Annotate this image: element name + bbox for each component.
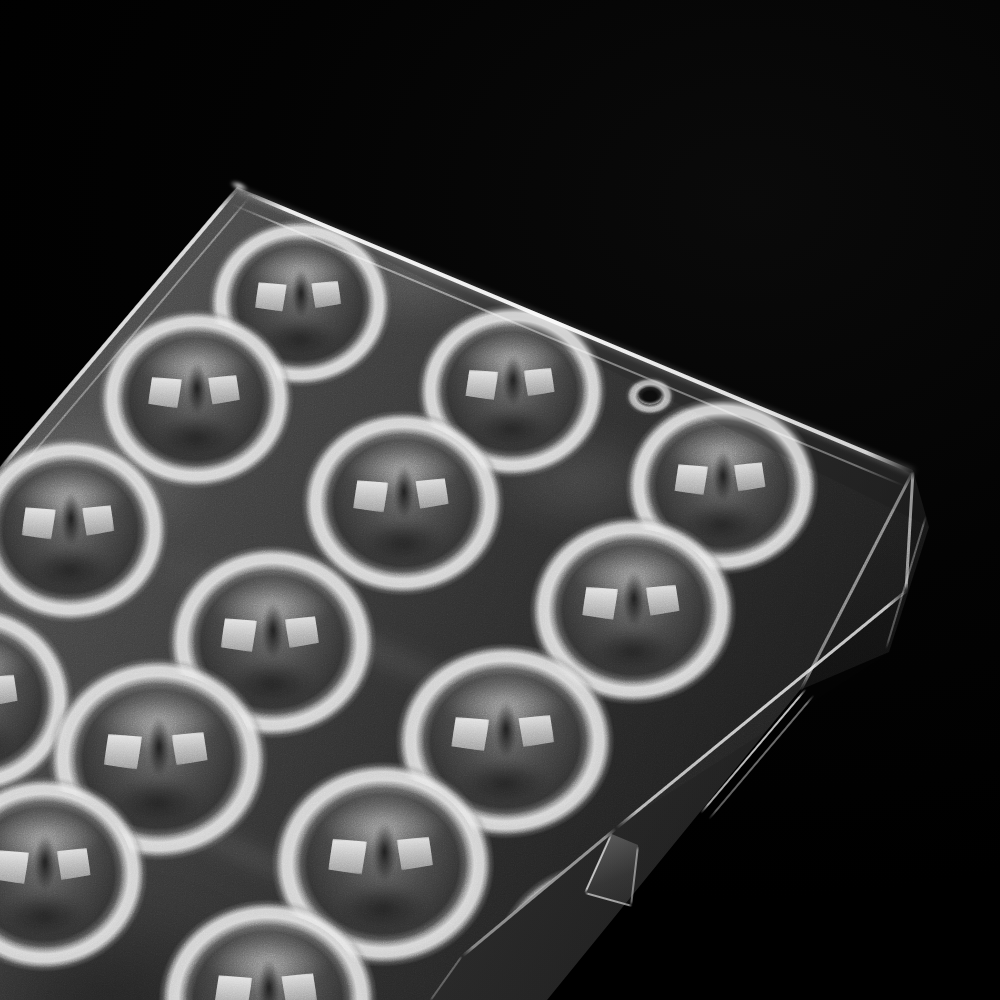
- product-photo-stage: [0, 0, 1000, 1000]
- window-reflection-right: [616, 936, 652, 969]
- chocolate-mold: [0, 0, 1000, 1000]
- grain-overlay: [0, 0, 1000, 1000]
